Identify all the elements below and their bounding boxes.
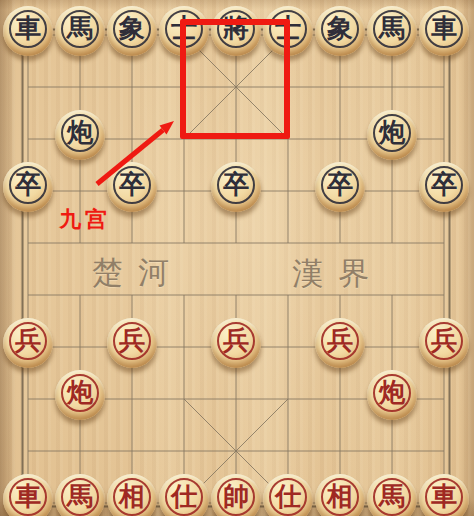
palace-highlight-rectangle: [180, 19, 290, 139]
piece-character: 象: [119, 15, 145, 41]
piece-red-soldier[interactable]: 兵: [315, 318, 365, 368]
piece-red-chariot[interactable]: 車: [3, 474, 53, 516]
piece-character: 馬: [67, 483, 93, 509]
river-label-left: 楚河: [92, 252, 184, 294]
piece-character: 相: [119, 483, 145, 509]
piece-black-elephant[interactable]: 象: [107, 6, 157, 56]
piece-black-elephant[interactable]: 象: [315, 6, 365, 56]
piece-black-soldier[interactable]: 卒: [315, 162, 365, 212]
piece-character: 馬: [379, 483, 405, 509]
piece-character: 兵: [119, 327, 145, 353]
piece-red-soldier[interactable]: 兵: [211, 318, 261, 368]
piece-red-advisor[interactable]: 仕: [159, 474, 209, 516]
piece-red-elephant[interactable]: 相: [107, 474, 157, 516]
river-label-right: 漢界: [292, 253, 384, 295]
piece-character: 車: [15, 15, 41, 41]
piece-black-soldier[interactable]: 卒: [107, 162, 157, 212]
palace-label: 九宫: [59, 205, 111, 235]
piece-red-horse[interactable]: 馬: [367, 474, 417, 516]
piece-red-general[interactable]: 帥: [211, 474, 261, 516]
piece-character: 仕: [275, 483, 301, 509]
piece-character: 卒: [327, 171, 353, 197]
piece-black-horse[interactable]: 馬: [367, 6, 417, 56]
piece-character: 兵: [431, 327, 457, 353]
piece-character: 兵: [15, 327, 41, 353]
piece-character: 兵: [327, 327, 353, 353]
piece-black-soldier[interactable]: 卒: [419, 162, 469, 212]
piece-character: 帥: [223, 483, 249, 509]
piece-black-horse[interactable]: 馬: [55, 6, 105, 56]
piece-character: 馬: [67, 15, 93, 41]
piece-black-cannon[interactable]: 炮: [55, 110, 105, 160]
piece-character: 車: [15, 483, 41, 509]
piece-character: 兵: [223, 327, 249, 353]
piece-character: 卒: [119, 171, 145, 197]
piece-character: 炮: [67, 119, 93, 145]
piece-red-soldier[interactable]: 兵: [419, 318, 469, 368]
piece-character: 馬: [379, 15, 405, 41]
piece-red-horse[interactable]: 馬: [55, 474, 105, 516]
piece-character: 卒: [15, 171, 41, 197]
piece-character: 卒: [223, 171, 249, 197]
piece-red-chariot[interactable]: 車: [419, 474, 469, 516]
piece-red-cannon[interactable]: 炮: [367, 370, 417, 420]
piece-black-chariot[interactable]: 車: [419, 6, 469, 56]
piece-character: 炮: [67, 379, 93, 405]
piece-character: 卒: [431, 171, 457, 197]
piece-red-soldier[interactable]: 兵: [107, 318, 157, 368]
piece-character: 相: [327, 483, 353, 509]
piece-character: 炮: [379, 119, 405, 145]
piece-red-soldier[interactable]: 兵: [3, 318, 53, 368]
xiangqi-board[interactable]: 楚河 漢界 車馬象士將士象馬車炮炮卒卒卒卒卒兵兵兵兵兵炮炮車馬相仕帥仕相馬車 九…: [0, 0, 474, 516]
piece-character: 車: [431, 15, 457, 41]
piece-red-elephant[interactable]: 相: [315, 474, 365, 516]
piece-character: 象: [327, 15, 353, 41]
piece-black-cannon[interactable]: 炮: [367, 110, 417, 160]
piece-black-soldier[interactable]: 卒: [3, 162, 53, 212]
piece-character: 仕: [171, 483, 197, 509]
piece-black-chariot[interactable]: 車: [3, 6, 53, 56]
piece-character: 車: [431, 483, 457, 509]
piece-character: 炮: [379, 379, 405, 405]
piece-red-advisor[interactable]: 仕: [263, 474, 313, 516]
piece-black-soldier[interactable]: 卒: [211, 162, 261, 212]
piece-red-cannon[interactable]: 炮: [55, 370, 105, 420]
